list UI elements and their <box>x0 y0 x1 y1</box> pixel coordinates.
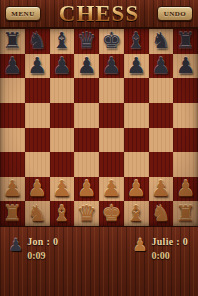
square-b4[interactable] <box>25 128 50 153</box>
square-a6[interactable] <box>0 78 25 103</box>
square-g2[interactable]: ♟ <box>149 177 174 202</box>
square-h1[interactable]: ♜ <box>173 201 198 226</box>
square-b7[interactable]: ♟ <box>25 54 50 79</box>
white-queen: ♛ <box>77 203 97 225</box>
square-f6[interactable] <box>124 78 149 103</box>
black-queen: ♛ <box>77 30 97 52</box>
square-h8[interactable]: ♜ <box>173 29 198 54</box>
square-g4[interactable] <box>149 128 174 153</box>
square-h7[interactable]: ♟ <box>173 54 198 79</box>
square-h6[interactable] <box>173 78 198 103</box>
square-f7[interactable]: ♟ <box>124 54 149 79</box>
square-a1[interactable]: ♜ <box>0 201 25 226</box>
square-c5[interactable] <box>50 103 75 128</box>
square-b6[interactable] <box>25 78 50 103</box>
white-knight: ♞ <box>151 203 171 225</box>
square-e8[interactable]: ♚ <box>99 29 124 54</box>
player-right-clock: 0:00 <box>151 249 188 262</box>
chess-board: ♜♞♝♛♚♝♞♜♟♟♟♟♟♟♟♟♟♟♟♟♟♟♟♟♜♞♝♛♚♝♞♜ <box>0 28 198 226</box>
square-b5[interactable] <box>25 103 50 128</box>
square-a4[interactable] <box>0 128 25 153</box>
square-c8[interactable]: ♝ <box>50 29 75 54</box>
square-e2[interactable]: ♟ <box>99 177 124 202</box>
square-d2[interactable]: ♟ <box>74 177 99 202</box>
square-a8[interactable]: ♜ <box>0 29 25 54</box>
white-king: ♚ <box>102 203 122 225</box>
black-pawn: ♟ <box>27 55 47 77</box>
square-b3[interactable] <box>25 152 50 177</box>
square-d8[interactable]: ♛ <box>74 29 99 54</box>
black-pawn: ♟ <box>3 55 23 77</box>
square-b8[interactable]: ♞ <box>25 29 50 54</box>
square-e4[interactable] <box>99 128 124 153</box>
square-d3[interactable] <box>74 152 99 177</box>
black-pawn: ♟ <box>151 55 171 77</box>
square-g8[interactable]: ♞ <box>149 29 174 54</box>
white-pawn: ♟ <box>151 178 171 200</box>
black-knight: ♞ <box>151 30 171 52</box>
square-f8[interactable]: ♝ <box>124 29 149 54</box>
player-left-name-score: Jon : 0 <box>27 236 58 248</box>
square-c2[interactable]: ♟ <box>50 177 75 202</box>
white-pawn: ♟ <box>3 178 23 200</box>
black-pawn-icon: ♟ <box>8 237 23 254</box>
square-c6[interactable] <box>50 78 75 103</box>
white-bishop: ♝ <box>52 203 72 225</box>
white-rook: ♜ <box>3 203 23 225</box>
square-f5[interactable] <box>124 103 149 128</box>
black-pawn: ♟ <box>52 55 72 77</box>
square-g6[interactable] <box>149 78 174 103</box>
black-knight: ♞ <box>27 30 47 52</box>
player-left: ♟ Jon : 0 0:09 <box>8 236 58 296</box>
square-b2[interactable]: ♟ <box>25 177 50 202</box>
white-pawn: ♟ <box>52 178 72 200</box>
app-title: CHESS <box>59 0 139 28</box>
square-c3[interactable] <box>50 152 75 177</box>
status-bar: ♟ Jon : 0 0:09 ♟ Julie : 0 0:00 <box>0 226 198 296</box>
square-f3[interactable] <box>124 152 149 177</box>
square-g5[interactable] <box>149 103 174 128</box>
square-a5[interactable] <box>0 103 25 128</box>
black-rook: ♜ <box>3 30 23 52</box>
menu-button[interactable]: MENU <box>5 6 41 21</box>
black-pawn: ♟ <box>126 55 146 77</box>
square-d5[interactable] <box>74 103 99 128</box>
white-pawn: ♟ <box>77 178 97 200</box>
white-rook: ♜ <box>176 203 196 225</box>
white-knight: ♞ <box>27 203 47 225</box>
chess-app-window: MENU CHESS UNDO ♜♞♝♛♚♝♞♜♟♟♟♟♟♟♟♟♟♟♟♟♟♟♟♟… <box>0 0 198 296</box>
white-pawn: ♟ <box>126 178 146 200</box>
square-g7[interactable]: ♟ <box>149 54 174 79</box>
square-f1[interactable]: ♝ <box>124 201 149 226</box>
square-a7[interactable]: ♟ <box>0 54 25 79</box>
black-pawn: ♟ <box>77 55 97 77</box>
square-b1[interactable]: ♞ <box>25 201 50 226</box>
black-rook: ♜ <box>176 30 196 52</box>
board-grid: ♜♞♝♛♚♝♞♜♟♟♟♟♟♟♟♟♟♟♟♟♟♟♟♟♜♞♝♛♚♝♞♜ <box>0 29 198 226</box>
white-pawn: ♟ <box>27 178 47 200</box>
square-h2[interactable]: ♟ <box>173 177 198 202</box>
square-e5[interactable] <box>99 103 124 128</box>
black-bishop: ♝ <box>52 30 72 52</box>
square-f2[interactable]: ♟ <box>124 177 149 202</box>
white-pawn-icon: ♟ <box>132 237 147 254</box>
white-pawn: ♟ <box>176 178 196 200</box>
square-h3[interactable] <box>173 152 198 177</box>
square-e7[interactable]: ♟ <box>99 54 124 79</box>
square-d1[interactable]: ♛ <box>74 201 99 226</box>
black-pawn: ♟ <box>102 55 122 77</box>
undo-button[interactable]: UNDO <box>157 6 193 21</box>
square-d4[interactable] <box>74 128 99 153</box>
square-f4[interactable] <box>124 128 149 153</box>
black-king: ♚ <box>102 30 122 52</box>
square-c1[interactable]: ♝ <box>50 201 75 226</box>
white-bishop: ♝ <box>126 203 146 225</box>
black-bishop: ♝ <box>126 30 146 52</box>
square-d7[interactable]: ♟ <box>74 54 99 79</box>
square-h4[interactable] <box>173 128 198 153</box>
square-d6[interactable] <box>74 78 99 103</box>
player-right-name-score: Julie : 0 <box>151 236 188 248</box>
square-a2[interactable]: ♟ <box>0 177 25 202</box>
square-e1[interactable]: ♚ <box>99 201 124 226</box>
square-c7[interactable]: ♟ <box>50 54 75 79</box>
square-c4[interactable] <box>50 128 75 153</box>
square-a3[interactable] <box>0 152 25 177</box>
square-h5[interactable] <box>173 103 198 128</box>
player-right: ♟ Julie : 0 0:00 <box>132 236 188 296</box>
player-left-clock: 0:09 <box>27 249 58 262</box>
square-g1[interactable]: ♞ <box>149 201 174 226</box>
square-g3[interactable] <box>149 152 174 177</box>
white-pawn: ♟ <box>102 178 122 200</box>
square-e6[interactable] <box>99 78 124 103</box>
top-bar: MENU CHESS UNDO <box>0 0 198 28</box>
black-pawn: ♟ <box>176 55 196 77</box>
square-e3[interactable] <box>99 152 124 177</box>
